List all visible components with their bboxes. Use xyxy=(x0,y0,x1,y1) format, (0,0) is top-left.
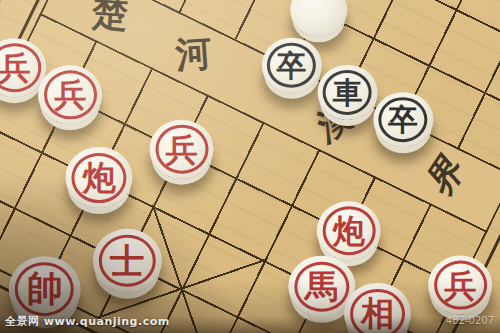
piece-character: 兵 xyxy=(444,269,476,301)
piece-red-兵[interactable]: 兵 xyxy=(428,256,492,315)
piece-red-相[interactable]: 相 xyxy=(344,283,411,333)
watermark-image-id: 482-0207 xyxy=(446,315,494,326)
piece-character: 炮 xyxy=(333,215,365,247)
piece-character: 炮 xyxy=(82,161,115,194)
piece-black-車[interactable]: 車 xyxy=(318,65,378,120)
watermark-quanjing: 全景网 www.quanjing.com xyxy=(5,314,170,329)
piece-character: 兵 xyxy=(54,79,86,111)
xiangqi-board[interactable]: 楚河漢界 卒車卒兵兵炮兵炮馬相兵士帥 xyxy=(0,0,500,333)
piece-character: 卒 xyxy=(277,50,307,80)
piece-character: 馬 xyxy=(305,270,338,303)
piece-ring xyxy=(295,0,342,31)
piece-red-炮[interactable]: 炮 xyxy=(65,147,132,208)
piece-character: 卒 xyxy=(388,105,418,135)
piece-character: 兵 xyxy=(166,133,198,165)
piece-character: 帥 xyxy=(27,271,63,307)
piece-red-士[interactable]: 士 xyxy=(93,229,162,293)
xiangqi-photo-stage: 楚河漢界 卒車卒兵兵炮兵炮馬相兵士帥 全景网 www.quanjing.com … xyxy=(0,0,500,333)
piece-character: 車 xyxy=(333,77,363,107)
piece-character: 兵 xyxy=(0,52,31,84)
piece-character: 士 xyxy=(110,243,145,278)
river-character: 楚 xyxy=(91,0,129,33)
piece-character: 相 xyxy=(361,297,394,330)
river-character: 河 xyxy=(174,35,212,73)
piece-red-帥[interactable]: 帥 xyxy=(9,256,81,322)
piece-black-卒[interactable]: 卒 xyxy=(262,38,322,93)
piece-black-卒[interactable]: 卒 xyxy=(373,92,433,147)
